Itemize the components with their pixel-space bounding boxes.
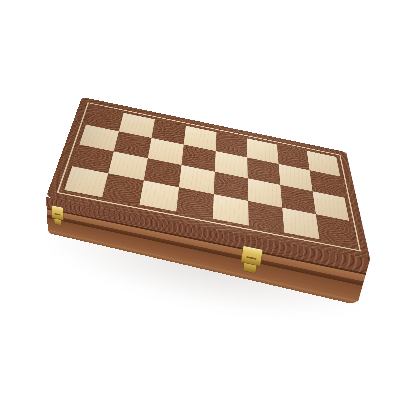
latch-keeper	[54, 218, 62, 226]
brass-latch-left	[52, 205, 64, 227]
latch-keeper	[243, 263, 257, 274]
product-photo	[0, 0, 400, 400]
